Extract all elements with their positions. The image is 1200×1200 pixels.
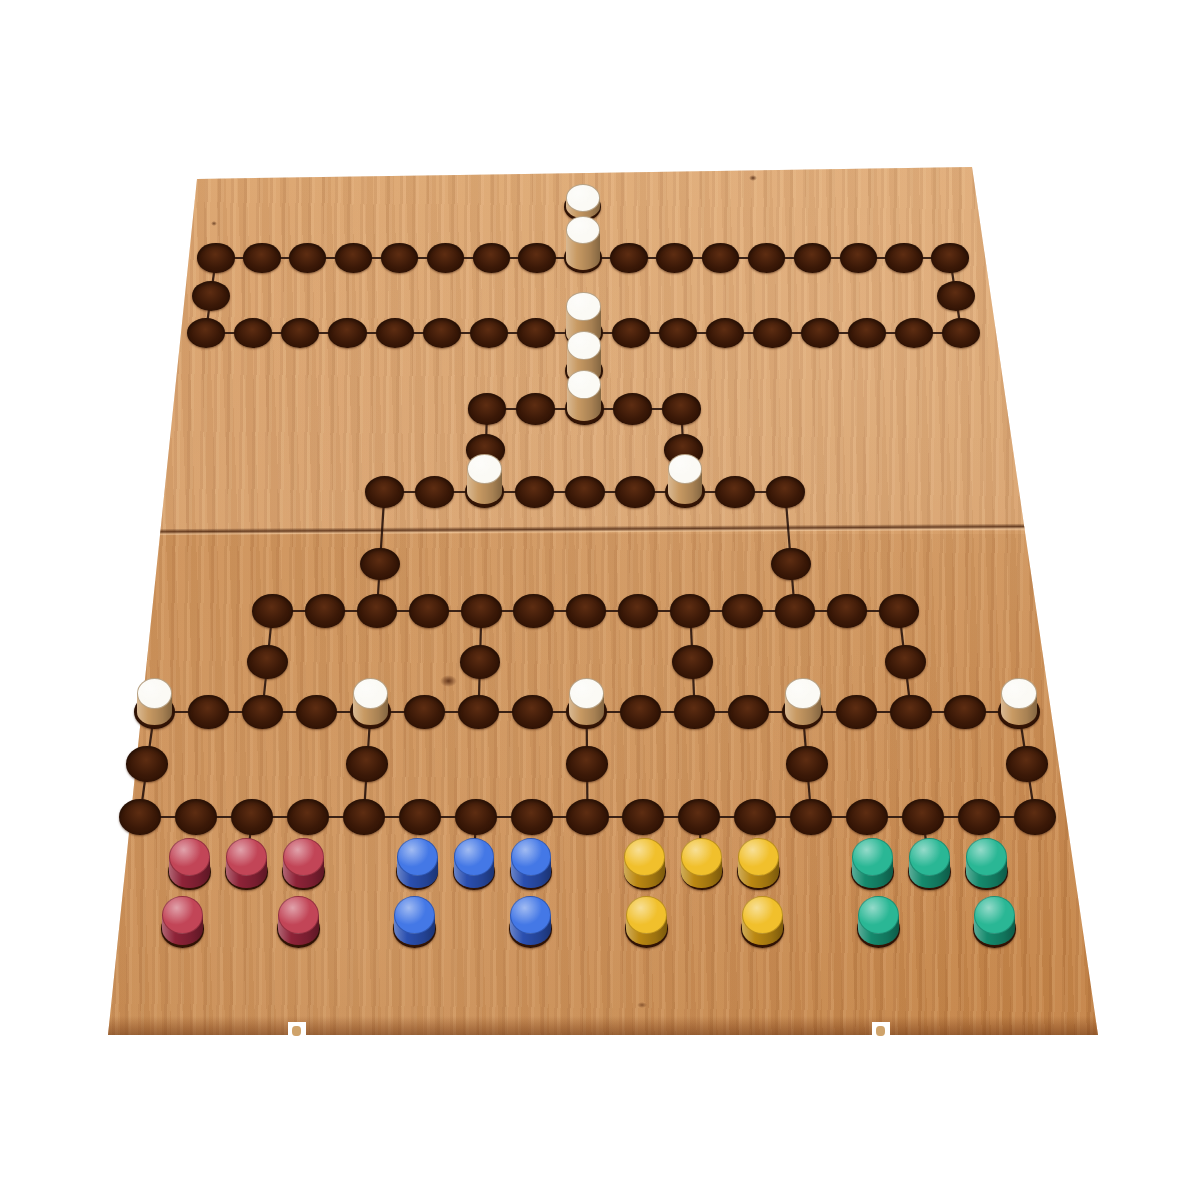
hole-r1-c6[interactable] bbox=[473, 243, 510, 272]
peg-blue-sTop-c6[interactable] bbox=[454, 838, 495, 888]
hole-r1-c13[interactable] bbox=[794, 243, 831, 272]
hole-r13-c6[interactable] bbox=[455, 799, 497, 835]
hole-r11-c5[interactable] bbox=[404, 695, 445, 730]
hole-r13-c5[interactable] bbox=[399, 799, 441, 835]
hole-r12-c0[interactable] bbox=[126, 746, 168, 781]
white-peg-top bbox=[1001, 678, 1036, 710]
green-peg-top bbox=[974, 896, 1015, 934]
hole-r13-c0[interactable] bbox=[119, 799, 161, 835]
blue-peg-top bbox=[394, 896, 435, 934]
hole-r13-c4[interactable] bbox=[343, 799, 385, 835]
hole-r13-c11[interactable] bbox=[734, 799, 776, 835]
blue-peg-top bbox=[397, 838, 438, 875]
hole-r10-c6[interactable] bbox=[460, 645, 501, 679]
hole-r1-c11[interactable] bbox=[702, 243, 739, 272]
white-peg-top bbox=[137, 678, 172, 710]
white-peg-top bbox=[566, 292, 600, 320]
hole-r9-c11[interactable] bbox=[722, 594, 762, 628]
hole-r9-c2[interactable] bbox=[252, 594, 292, 628]
white-peg-top bbox=[785, 678, 820, 710]
yellow-peg-top bbox=[742, 896, 783, 934]
hole-r1-c2[interactable] bbox=[289, 243, 326, 272]
hole-r11-c3[interactable] bbox=[296, 695, 337, 730]
white-peg-top bbox=[567, 331, 601, 360]
hole-r3-c12[interactable] bbox=[753, 318, 791, 348]
hole-r7-c5[interactable] bbox=[415, 476, 454, 508]
peg-yellow-sBot-c11[interactable] bbox=[742, 896, 783, 945]
hole-r10-c2[interactable] bbox=[247, 645, 288, 679]
hole-r9-c12[interactable] bbox=[775, 594, 815, 628]
peg-white-r7-c6[interactable] bbox=[467, 454, 502, 504]
hole-r2-c16[interactable] bbox=[937, 281, 975, 311]
peg-blue-sTop-c7[interactable] bbox=[511, 838, 552, 888]
hole-r11-c6[interactable] bbox=[458, 695, 499, 730]
peg-green-sTop-c14[interactable] bbox=[909, 838, 950, 888]
peg-red-sTop-c1[interactable] bbox=[169, 838, 210, 888]
hole-r7-c8[interactable] bbox=[565, 476, 604, 508]
hole-r5-c9[interactable] bbox=[613, 393, 652, 424]
red-peg-top bbox=[278, 896, 319, 934]
hole-r3-c6[interactable] bbox=[470, 318, 508, 348]
hole-r13-c14[interactable] bbox=[902, 799, 944, 835]
hole-r1-c12[interactable] bbox=[748, 243, 785, 272]
green-peg-top bbox=[909, 838, 950, 875]
hole-r9-c14[interactable] bbox=[879, 594, 919, 628]
hole-r11-c14[interactable] bbox=[890, 695, 931, 730]
hole-r13-c3[interactable] bbox=[287, 799, 329, 835]
red-peg-top bbox=[226, 838, 267, 875]
peg-white-r11-c16[interactable] bbox=[1001, 678, 1036, 726]
hole-r7-c4[interactable] bbox=[365, 476, 404, 508]
hole-r12-c16[interactable] bbox=[1006, 746, 1048, 781]
hole-r13-c8[interactable] bbox=[566, 799, 608, 835]
hole-r12-c4[interactable] bbox=[346, 746, 388, 781]
hole-r1-c4[interactable] bbox=[381, 243, 418, 272]
hole-r5-c7[interactable] bbox=[516, 393, 555, 424]
peg-white-r7-c10[interactable] bbox=[668, 454, 703, 504]
peg-blue-sBot-c7[interactable] bbox=[510, 896, 551, 945]
blue-peg-top bbox=[454, 838, 495, 875]
peg-yellow-sTop-c9[interactable] bbox=[624, 838, 665, 888]
hole-r9-c3[interactable] bbox=[305, 594, 345, 628]
hole-r13-c2[interactable] bbox=[231, 799, 273, 835]
hole-r11-c1[interactable] bbox=[188, 695, 229, 730]
yellow-peg-top bbox=[738, 838, 779, 875]
hole-r3-c4[interactable] bbox=[376, 318, 414, 348]
peg-white-r11-c0[interactable] bbox=[137, 678, 172, 726]
hole-r3-c5[interactable] bbox=[423, 318, 461, 348]
green-peg-top bbox=[858, 896, 899, 934]
white-peg-top bbox=[567, 370, 602, 399]
peg-white-r11-c8[interactable] bbox=[569, 678, 604, 726]
hole-r10-c14[interactable] bbox=[885, 645, 926, 679]
hole-r8-c4[interactable] bbox=[360, 548, 400, 581]
hole-r7-c11[interactable] bbox=[715, 476, 754, 508]
hole-r9-c10[interactable] bbox=[670, 594, 710, 628]
yellow-peg-top bbox=[624, 838, 665, 875]
hole-r8-c12[interactable] bbox=[771, 548, 811, 581]
hole-r12-c8[interactable] bbox=[566, 746, 608, 781]
blue-peg-top bbox=[511, 838, 552, 875]
hole-r9-c8[interactable] bbox=[566, 594, 606, 628]
hole-r3-c15[interactable] bbox=[895, 318, 933, 348]
hole-r13-c12[interactable] bbox=[790, 799, 832, 835]
peg-red-sBot-c3[interactable] bbox=[278, 896, 319, 945]
hole-r1-c10[interactable] bbox=[656, 243, 693, 272]
hole-r11-c2[interactable] bbox=[242, 695, 283, 730]
hole-r1-c7[interactable] bbox=[518, 243, 555, 272]
hole-r13-c13[interactable] bbox=[846, 799, 888, 835]
hole-r13-c1[interactable] bbox=[175, 799, 217, 835]
hole-r3-c13[interactable] bbox=[801, 318, 839, 348]
hole-r3-c1[interactable] bbox=[234, 318, 272, 348]
peg-blue-sTop-c5[interactable] bbox=[397, 838, 438, 888]
hole-r13-c15[interactable] bbox=[958, 799, 1000, 835]
hole-r9-c6[interactable] bbox=[461, 594, 501, 628]
hole-r3-c0[interactable] bbox=[187, 318, 225, 348]
hole-r1-c15[interactable] bbox=[885, 243, 922, 272]
hole-r1-c1[interactable] bbox=[243, 243, 280, 272]
green-peg-top bbox=[852, 838, 893, 875]
hole-r5-c6[interactable] bbox=[468, 393, 507, 424]
hole-r9-c9[interactable] bbox=[618, 594, 658, 628]
hole-r1-c5[interactable] bbox=[427, 243, 464, 272]
peg-white-r1-c8[interactable] bbox=[566, 216, 600, 269]
peg-blue-sBot-c5[interactable] bbox=[394, 896, 435, 945]
peg-green-sTop-c13[interactable] bbox=[852, 838, 893, 888]
peg-red-sTop-c3[interactable] bbox=[283, 838, 324, 888]
hole-r3-c10[interactable] bbox=[659, 318, 697, 348]
hole-r9-c13[interactable] bbox=[827, 594, 867, 628]
peg-white-r5-c8[interactable] bbox=[567, 370, 602, 421]
peg-white-r11-c12[interactable] bbox=[785, 678, 820, 726]
yellow-peg-top bbox=[681, 838, 722, 875]
hole-r13-c7[interactable] bbox=[511, 799, 553, 835]
hole-r2-c0[interactable] bbox=[192, 281, 230, 311]
hole-r10-c10[interactable] bbox=[672, 645, 713, 679]
hole-r1-c3[interactable] bbox=[335, 243, 372, 272]
hole-r7-c9[interactable] bbox=[615, 476, 654, 508]
hole-r5-c10[interactable] bbox=[662, 393, 701, 424]
hole-r11-c15[interactable] bbox=[944, 695, 985, 730]
hole-r9-c5[interactable] bbox=[409, 594, 449, 628]
hole-r7-c12[interactable] bbox=[766, 476, 805, 508]
hole-r3-c3[interactable] bbox=[328, 318, 366, 348]
hole-r1-c9[interactable] bbox=[610, 243, 647, 272]
peg-green-sBot-c13[interactable] bbox=[858, 896, 899, 945]
green-peg-top bbox=[966, 838, 1007, 875]
peg-yellow-sBot-c9[interactable] bbox=[626, 896, 667, 945]
peg-green-sBot-c15[interactable] bbox=[974, 896, 1015, 945]
peg-yellow-sTop-c10[interactable] bbox=[681, 838, 722, 888]
peg-white-goal-c8[interactable] bbox=[566, 184, 600, 218]
peg-red-sTop-c2[interactable] bbox=[226, 838, 267, 888]
hole-r1-c16[interactable] bbox=[931, 243, 968, 272]
white-peg-top bbox=[467, 454, 502, 484]
hole-r9-c4[interactable] bbox=[357, 594, 397, 628]
hole-r3-c9[interactable] bbox=[612, 318, 650, 348]
peg-yellow-sTop-c11[interactable] bbox=[738, 838, 779, 888]
hole-r9-c7[interactable] bbox=[513, 594, 553, 628]
peg-white-r11-c4[interactable] bbox=[353, 678, 388, 726]
white-peg-top bbox=[566, 184, 600, 211]
hole-r13-c16[interactable] bbox=[1014, 799, 1056, 835]
hole-r3-c14[interactable] bbox=[848, 318, 886, 348]
blue-peg-top bbox=[510, 896, 551, 934]
peg-green-sTop-c15[interactable] bbox=[966, 838, 1007, 888]
red-peg-top bbox=[169, 838, 210, 875]
white-peg-top bbox=[566, 216, 600, 244]
hole-r12-c12[interactable] bbox=[786, 746, 828, 781]
red-peg-top bbox=[162, 896, 203, 934]
hole-r1-c0[interactable] bbox=[197, 243, 234, 272]
peg-red-sBot-c1[interactable] bbox=[162, 896, 203, 945]
hole-r1-c14[interactable] bbox=[840, 243, 877, 272]
white-peg-top bbox=[668, 454, 703, 484]
product-photo-canvas: { "game": { "name": "Barricade (Malefiz)… bbox=[0, 0, 1200, 1200]
red-peg-top bbox=[283, 838, 324, 875]
yellow-peg-top bbox=[626, 896, 667, 934]
